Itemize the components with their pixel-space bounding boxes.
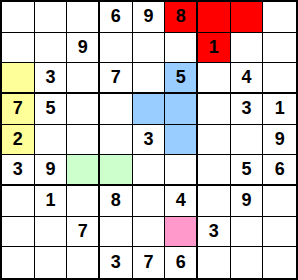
cell-r7c4[interactable]: 8 xyxy=(100,186,133,217)
cell-r9c9[interactable] xyxy=(263,247,296,278)
cell-r3c6[interactable]: 5 xyxy=(165,63,198,94)
cell-r8c2[interactable] xyxy=(35,217,68,248)
cell-r5c1[interactable]: 2 xyxy=(2,125,35,156)
cell-r4c2[interactable]: 5 xyxy=(35,94,68,125)
cell-r5c8[interactable] xyxy=(231,125,264,156)
cell-r3c8[interactable]: 4 xyxy=(231,63,264,94)
cell-r1c7[interactable] xyxy=(198,2,231,33)
cell-r4c4[interactable] xyxy=(100,94,133,125)
cell-r8c4[interactable] xyxy=(100,217,133,248)
cell-r8c1[interactable] xyxy=(2,217,35,248)
cell-r8c7[interactable]: 3 xyxy=(198,217,231,248)
cell-r2c3[interactable]: 9 xyxy=(67,33,100,64)
cell-r5c3[interactable] xyxy=(67,125,100,156)
cell-r7c8[interactable]: 9 xyxy=(231,186,264,217)
cell-r9c6[interactable]: 6 xyxy=(165,247,198,278)
cell-r6c4[interactable] xyxy=(100,155,133,186)
cell-r5c9[interactable]: 9 xyxy=(263,125,296,156)
cell-r9c3[interactable] xyxy=(67,247,100,278)
cell-r1c5[interactable]: 9 xyxy=(133,2,166,33)
cell-r2c7[interactable]: 1 xyxy=(198,33,231,64)
cell-r2c4[interactable] xyxy=(100,33,133,64)
cell-r1c4[interactable]: 6 xyxy=(100,2,133,33)
cell-r3c9[interactable] xyxy=(263,63,296,94)
cell-r5c6[interactable] xyxy=(165,125,198,156)
cell-r4c6[interactable] xyxy=(165,94,198,125)
cell-r6c7[interactable] xyxy=(198,155,231,186)
cell-r3c5[interactable] xyxy=(133,63,166,94)
cell-r6c1[interactable]: 3 xyxy=(2,155,35,186)
cell-r7c5[interactable] xyxy=(133,186,166,217)
cell-r6c3[interactable] xyxy=(67,155,100,186)
cell-r3c1[interactable] xyxy=(2,63,35,94)
cell-r3c2[interactable]: 3 xyxy=(35,63,68,94)
cell-r4c9[interactable]: 1 xyxy=(263,94,296,125)
cell-r8c5[interactable] xyxy=(133,217,166,248)
cell-r5c5[interactable]: 3 xyxy=(133,125,166,156)
cell-r7c3[interactable] xyxy=(67,186,100,217)
cell-r5c4[interactable] xyxy=(100,125,133,156)
cell-r1c9[interactable] xyxy=(263,2,296,33)
cell-r2c8[interactable] xyxy=(231,33,264,64)
cell-r8c9[interactable] xyxy=(263,217,296,248)
cell-r4c8[interactable]: 3 xyxy=(231,94,264,125)
cell-r9c8[interactable] xyxy=(231,247,264,278)
cell-r1c8[interactable] xyxy=(231,2,264,33)
cell-r7c2[interactable]: 1 xyxy=(35,186,68,217)
cell-r6c2[interactable]: 9 xyxy=(35,155,68,186)
cell-r5c7[interactable] xyxy=(198,125,231,156)
cell-r6c5[interactable] xyxy=(133,155,166,186)
cell-r2c1[interactable] xyxy=(2,33,35,64)
cell-r1c6[interactable]: 8 xyxy=(165,2,198,33)
cell-r1c2[interactable] xyxy=(35,2,68,33)
cell-r9c2[interactable] xyxy=(35,247,68,278)
cell-r7c6[interactable]: 4 xyxy=(165,186,198,217)
cell-r7c9[interactable] xyxy=(263,186,296,217)
cell-r9c4[interactable]: 3 xyxy=(100,247,133,278)
cell-r4c3[interactable] xyxy=(67,94,100,125)
cell-r2c5[interactable] xyxy=(133,33,166,64)
cell-r3c3[interactable] xyxy=(67,63,100,94)
cell-r1c3[interactable] xyxy=(67,2,100,33)
cell-r6c8[interactable]: 5 xyxy=(231,155,264,186)
cell-r3c4[interactable]: 7 xyxy=(100,63,133,94)
cell-r2c2[interactable] xyxy=(35,33,68,64)
cell-r4c7[interactable] xyxy=(198,94,231,125)
cell-r8c8[interactable] xyxy=(231,217,264,248)
cell-r6c6[interactable] xyxy=(165,155,198,186)
cell-r2c9[interactable] xyxy=(263,33,296,64)
cell-r1c1[interactable] xyxy=(2,2,35,33)
cell-r4c1[interactable]: 7 xyxy=(2,94,35,125)
cell-r8c3[interactable]: 7 xyxy=(67,217,100,248)
cell-r9c1[interactable] xyxy=(2,247,35,278)
cell-r9c5[interactable]: 7 xyxy=(133,247,166,278)
cell-r6c9[interactable]: 6 xyxy=(263,155,296,186)
sudoku-board: 69891375475312393956184973376 xyxy=(0,0,298,280)
cell-r2c6[interactable] xyxy=(165,33,198,64)
cell-r9c7[interactable] xyxy=(198,247,231,278)
cell-r4c5[interactable] xyxy=(133,94,166,125)
cell-r7c7[interactable] xyxy=(198,186,231,217)
cell-r7c1[interactable] xyxy=(2,186,35,217)
cell-r3c7[interactable] xyxy=(198,63,231,94)
cell-r8c6[interactable] xyxy=(165,217,198,248)
cell-r5c2[interactable] xyxy=(35,125,68,156)
